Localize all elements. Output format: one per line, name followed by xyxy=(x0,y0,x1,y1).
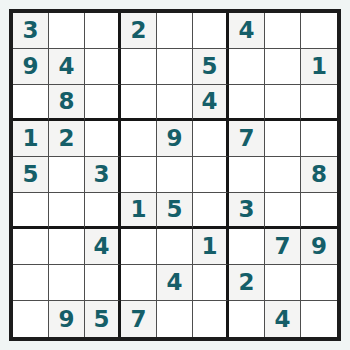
cell-r4c2-given: 2 xyxy=(49,121,85,157)
cell-r2c3-empty[interactable] xyxy=(85,49,121,85)
cell-r5c4-empty[interactable] xyxy=(121,157,157,193)
cell-r2c7-empty[interactable] xyxy=(229,49,265,85)
cell-r6c9-empty[interactable] xyxy=(301,193,337,229)
cell-r5c2-empty[interactable] xyxy=(49,157,85,193)
cell-r7c7-empty[interactable] xyxy=(229,229,265,265)
cell-r2c2-given: 4 xyxy=(49,49,85,85)
cell-r8c6-empty[interactable] xyxy=(193,265,229,301)
cell-r3c2-given: 8 xyxy=(49,85,85,121)
cell-r4c5-given: 9 xyxy=(157,121,193,157)
cell-r4c4-empty[interactable] xyxy=(121,121,157,157)
cell-r4c9-empty[interactable] xyxy=(301,121,337,157)
cell-r2c4-empty[interactable] xyxy=(121,49,157,85)
cell-r2c5-empty[interactable] xyxy=(157,49,193,85)
cell-r3c4-empty[interactable] xyxy=(121,85,157,121)
cell-r5c5-empty[interactable] xyxy=(157,157,193,193)
cell-r8c7-given: 2 xyxy=(229,265,265,301)
cell-r1c5-empty[interactable] xyxy=(157,13,193,49)
cell-r4c3-empty[interactable] xyxy=(85,121,121,157)
cell-r4c8-empty[interactable] xyxy=(265,121,301,157)
cell-r4c6-empty[interactable] xyxy=(193,121,229,157)
cell-r1c1-given: 3 xyxy=(13,13,49,49)
cell-r7c5-empty[interactable] xyxy=(157,229,193,265)
cell-r8c9-empty[interactable] xyxy=(301,265,337,301)
cell-r9c3-given: 5 xyxy=(85,301,121,337)
cell-r2c9-given: 1 xyxy=(301,49,337,85)
cell-r9c6-empty[interactable] xyxy=(193,301,229,337)
cell-r9c9-empty[interactable] xyxy=(301,301,337,337)
cell-r5c1-given: 5 xyxy=(13,157,49,193)
cell-r5c9-given: 8 xyxy=(301,157,337,193)
cell-r9c5-empty[interactable] xyxy=(157,301,193,337)
cell-r9c7-empty[interactable] xyxy=(229,301,265,337)
cell-r8c8-empty[interactable] xyxy=(265,265,301,301)
cell-r8c2-empty[interactable] xyxy=(49,265,85,301)
cell-r3c1-empty[interactable] xyxy=(13,85,49,121)
cell-r7c8-given: 7 xyxy=(265,229,301,265)
cell-r4c1-given: 1 xyxy=(13,121,49,157)
cell-r2c6-given: 5 xyxy=(193,49,229,85)
cell-r7c4-empty[interactable] xyxy=(121,229,157,265)
cell-r5c7-empty[interactable] xyxy=(229,157,265,193)
cell-r6c7-given: 3 xyxy=(229,193,265,229)
cell-r9c2-given: 9 xyxy=(49,301,85,337)
cell-r1c9-empty[interactable] xyxy=(301,13,337,49)
cell-r1c6-empty[interactable] xyxy=(193,13,229,49)
cell-r8c5-given: 4 xyxy=(157,265,193,301)
cell-r6c2-empty[interactable] xyxy=(49,193,85,229)
cell-r1c3-empty[interactable] xyxy=(85,13,121,49)
cell-r2c1-given: 9 xyxy=(13,49,49,85)
cell-r3c5-empty[interactable] xyxy=(157,85,193,121)
cell-r6c4-given: 1 xyxy=(121,193,157,229)
cell-r1c7-given: 4 xyxy=(229,13,265,49)
cell-r3c7-empty[interactable] xyxy=(229,85,265,121)
cell-r8c1-empty[interactable] xyxy=(13,265,49,301)
cell-r3c3-empty[interactable] xyxy=(85,85,121,121)
cell-r1c2-empty[interactable] xyxy=(49,13,85,49)
cell-r7c9-given: 9 xyxy=(301,229,337,265)
cell-r1c4-given: 2 xyxy=(121,13,157,49)
cell-r6c6-empty[interactable] xyxy=(193,193,229,229)
cell-r5c8-empty[interactable] xyxy=(265,157,301,193)
cell-r9c1-empty[interactable] xyxy=(13,301,49,337)
cell-r2c8-empty[interactable] xyxy=(265,49,301,85)
cell-r7c6-given: 1 xyxy=(193,229,229,265)
cell-r7c1-empty[interactable] xyxy=(13,229,49,265)
cell-r6c5-given: 5 xyxy=(157,193,193,229)
cell-r4c7-given: 7 xyxy=(229,121,265,157)
sudoku-board: 32494518412975381534179429574 xyxy=(9,9,341,341)
cell-r7c2-empty[interactable] xyxy=(49,229,85,265)
cell-r6c3-empty[interactable] xyxy=(85,193,121,229)
cell-r9c4-given: 7 xyxy=(121,301,157,337)
cell-r3c8-empty[interactable] xyxy=(265,85,301,121)
cell-r8c4-empty[interactable] xyxy=(121,265,157,301)
cell-r9c8-given: 4 xyxy=(265,301,301,337)
cell-r3c6-given: 4 xyxy=(193,85,229,121)
cell-r3c9-empty[interactable] xyxy=(301,85,337,121)
cell-r8c3-empty[interactable] xyxy=(85,265,121,301)
cell-r7c3-given: 4 xyxy=(85,229,121,265)
cell-r1c8-empty[interactable] xyxy=(265,13,301,49)
cell-r6c1-empty[interactable] xyxy=(13,193,49,229)
cell-r6c8-empty[interactable] xyxy=(265,193,301,229)
cell-r5c3-given: 3 xyxy=(85,157,121,193)
cell-r5c6-empty[interactable] xyxy=(193,157,229,193)
